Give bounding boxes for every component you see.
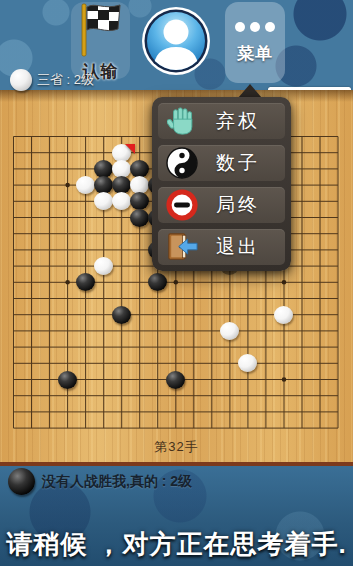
- menu-item-exit-label: 退出: [216, 234, 260, 260]
- player-top-tag: 三省 : 2级: [10, 69, 94, 91]
- black-stone-icon: [8, 468, 35, 495]
- app-screen: 认输: [0, 0, 353, 566]
- last-move-marker: [125, 144, 135, 154]
- stone-black: [112, 306, 131, 324]
- status-message: 请稍候 ，对方正在思考着手.: [0, 527, 353, 562]
- player-bottom-tag: 没有人战胜我,真的 : 2级: [8, 468, 192, 495]
- stone-white: [274, 306, 293, 324]
- menu-button[interactable]: 菜单: [225, 2, 285, 83]
- checkered-flag-icon: [78, 2, 124, 62]
- stone-black: [58, 371, 77, 389]
- yinyang-icon: [166, 147, 198, 179]
- hand-icon: [166, 105, 198, 137]
- user-avatar[interactable]: [141, 3, 211, 79]
- menu-dots-icon: [235, 22, 275, 32]
- player-bottom-name: 没有人战胜我,真的 : 2级: [42, 473, 192, 491]
- menu-label: 菜单: [237, 42, 273, 65]
- menu-item-exit[interactable]: 退出: [158, 229, 285, 265]
- menu-item-end[interactable]: 局终: [158, 187, 285, 223]
- resign-button[interactable]: 认输: [71, 2, 130, 79]
- menu-item-count[interactable]: 数子: [158, 145, 285, 181]
- menu-item-end-label: 局终: [216, 192, 260, 218]
- menu-item-count-label: 数子: [216, 150, 260, 176]
- menu-item-pass-label: 弃权: [216, 108, 260, 134]
- popup-menu: 弃权 数子 局终: [152, 97, 291, 271]
- white-stone-icon: [10, 69, 32, 91]
- exit-door-icon: [166, 231, 198, 263]
- menu-item-pass[interactable]: 弃权: [158, 103, 285, 139]
- player-top-name: 三省 : 2级: [37, 71, 94, 89]
- stone-black: [166, 371, 185, 389]
- menu-pointer-arrow: [238, 84, 262, 98]
- no-entry-icon: [166, 189, 198, 221]
- move-counter: 第32手: [0, 438, 353, 456]
- stone-black: [130, 209, 149, 227]
